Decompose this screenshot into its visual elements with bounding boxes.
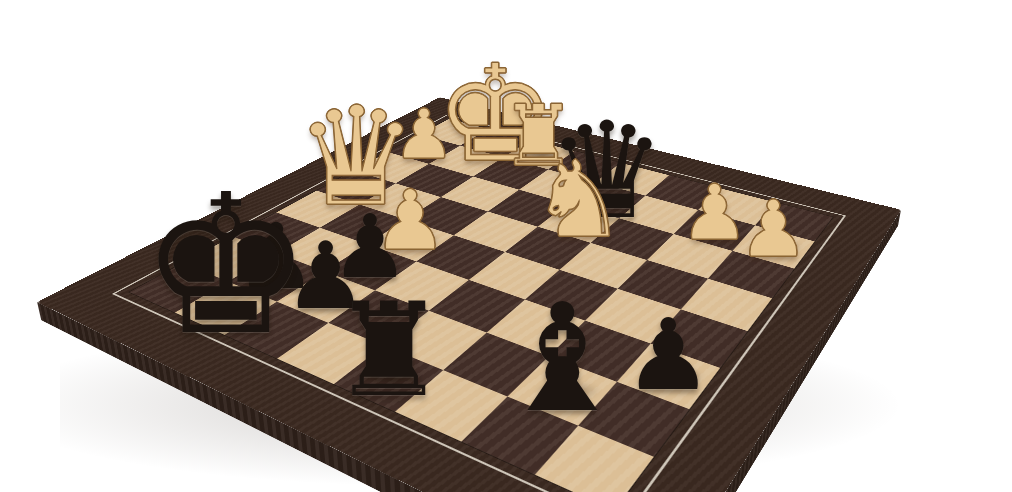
product-photo-page: { "game": "chess", "scene": "overhead-an… (0, 0, 1012, 492)
piece-black-king-g8[interactable]: ♚ (140, 169, 313, 362)
piece-black-bishop-b7[interactable]: ♝ (495, 284, 629, 433)
piece-white-pawn-a2[interactable]: ♟ (739, 191, 809, 269)
piece-white-knight-d3[interactable]: ♞ (531, 147, 626, 253)
piece-black-pawn-a6[interactable]: ♟ (624, 306, 712, 405)
piece-black-rook-d8[interactable]: ♜ (331, 285, 447, 415)
